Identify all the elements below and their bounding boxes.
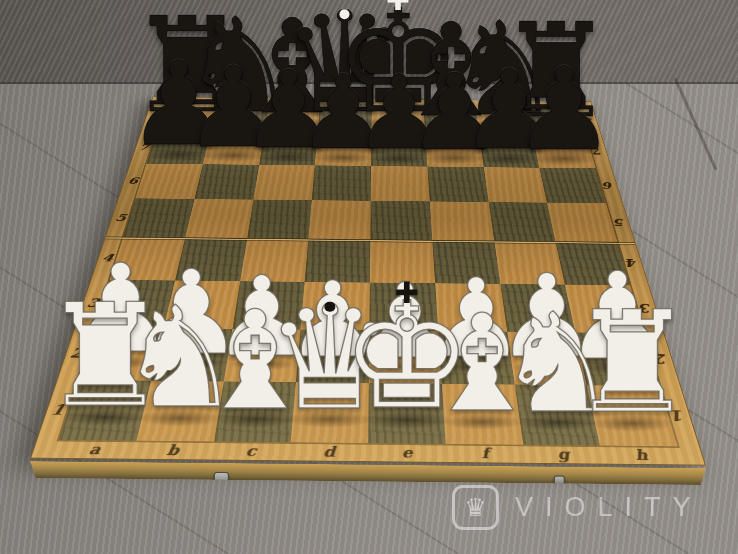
file-label-h: h <box>600 445 683 464</box>
square-d5 <box>309 200 371 239</box>
rank-label-left-2: 2 <box>68 345 85 360</box>
square-g5 <box>488 202 555 241</box>
square-e6 <box>371 166 430 202</box>
background-wall <box>0 0 738 84</box>
square-d1 <box>291 382 369 443</box>
rank-label-right-7: 7 <box>593 147 605 156</box>
square-d6 <box>312 165 371 201</box>
rank-label-right-1: 1 <box>670 407 688 424</box>
square-a8 <box>157 102 218 132</box>
square-c8 <box>264 103 320 133</box>
square-c7 <box>259 133 318 166</box>
square-c6 <box>253 165 315 201</box>
square-g3 <box>500 284 575 332</box>
board-grid <box>59 102 677 446</box>
square-c3 <box>232 281 305 329</box>
square-d2 <box>296 329 369 383</box>
file-label-a: a <box>53 440 136 459</box>
rank-label-right-8: 8 <box>583 117 594 125</box>
file-label-c: c <box>211 441 291 460</box>
rank-label-left-5: 5 <box>114 212 128 223</box>
file-label-e: e <box>368 443 447 462</box>
square-e2 <box>369 330 442 384</box>
square-f7 <box>425 134 483 167</box>
square-c5 <box>247 200 312 239</box>
square-d4 <box>305 239 370 282</box>
square-b7 <box>203 132 264 165</box>
square-g6 <box>483 167 547 203</box>
square-b5 <box>185 199 253 238</box>
square-f5 <box>430 202 494 241</box>
square-b3 <box>163 280 239 328</box>
square-f4 <box>432 240 500 284</box>
file-label-f: f <box>445 444 525 463</box>
file-label-g: g <box>523 445 604 464</box>
square-g7 <box>479 135 540 168</box>
square-e5 <box>370 201 432 240</box>
square-e3 <box>369 282 438 330</box>
square-b6 <box>194 164 259 200</box>
square-e1 <box>368 383 445 444</box>
square-b4 <box>175 238 247 281</box>
square-a6 <box>135 163 202 199</box>
square-f2 <box>438 331 514 385</box>
rank-label-left-6: 6 <box>127 176 140 186</box>
square-c1 <box>214 382 296 443</box>
square-h7 <box>532 135 595 168</box>
square-g4 <box>494 241 565 285</box>
square-d8 <box>318 104 372 134</box>
rank-label-right-6: 6 <box>602 180 615 190</box>
square-c2 <box>223 329 300 383</box>
square-h8 <box>526 106 586 136</box>
rank-label-right-5: 5 <box>613 217 626 228</box>
square-a5 <box>123 198 194 237</box>
square-g8 <box>475 105 533 135</box>
rank-label-left-8: 8 <box>148 112 160 120</box>
square-f3 <box>435 283 507 331</box>
square-d3 <box>301 282 370 330</box>
rank-label-right-2: 2 <box>653 351 669 366</box>
file-label-b: b <box>132 441 214 460</box>
rank-label-left-3: 3 <box>85 296 101 309</box>
square-b1 <box>136 381 223 442</box>
square-g1 <box>514 385 600 446</box>
square-b2 <box>151 328 232 382</box>
square-e7 <box>371 134 427 167</box>
square-f8 <box>423 105 479 135</box>
square-f6 <box>427 166 488 202</box>
rank-label-left-1: 1 <box>49 401 67 418</box>
rank-label-right-4: 4 <box>625 257 639 269</box>
square-d7 <box>315 133 371 166</box>
square-f1 <box>442 384 523 445</box>
square-e8 <box>371 104 425 134</box>
rank-label-right-3: 3 <box>639 302 654 315</box>
rank-label-left-4: 4 <box>100 252 115 264</box>
rank-label-left-7: 7 <box>138 143 150 152</box>
square-c4 <box>240 238 309 281</box>
file-label-d: d <box>289 442 368 461</box>
square-e4 <box>370 240 435 283</box>
photo-scene: 87654321 87654321 abcdefgh ♜♞♝♛♚♝♞♜♟♟♟♟♟… <box>0 0 738 554</box>
square-g2 <box>507 331 587 385</box>
square-h6 <box>540 168 607 204</box>
square-a7 <box>147 131 211 164</box>
square-b8 <box>210 103 268 133</box>
